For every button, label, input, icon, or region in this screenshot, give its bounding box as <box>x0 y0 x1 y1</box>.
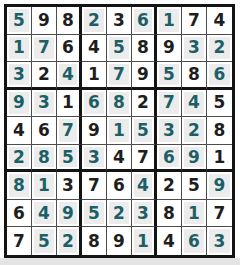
cell-r2c5[interactable]: 5 <box>107 35 132 63</box>
cell-r4c4[interactable]: 6 <box>82 90 107 118</box>
digit-r6c8: 9 <box>184 147 204 168</box>
cell-r9c4[interactable]: 8 <box>82 227 107 255</box>
digit-r2c7: 9 <box>159 37 179 60</box>
digit-r6c7: 6 <box>159 147 179 168</box>
digit-r2c8: 3 <box>184 37 204 60</box>
digit-r2c3: 6 <box>59 37 77 60</box>
cell-r5c2[interactable]: 6 <box>32 117 57 145</box>
digit-r5c8: 2 <box>184 119 204 142</box>
cell-r7c3[interactable]: 3 <box>57 172 82 200</box>
digit-r4c9: 5 <box>209 92 230 115</box>
cell-r3c4[interactable]: 1 <box>82 62 107 90</box>
cell-r7c7[interactable]: 2 <box>157 172 182 200</box>
cell-r4c9[interactable]: 5 <box>207 90 232 118</box>
cell-r9c3[interactable]: 2 <box>57 227 82 255</box>
digit-r7c1: 8 <box>9 174 29 197</box>
digit-r2c1: 1 <box>9 37 29 60</box>
cell-r8c2[interactable]: 4 <box>32 200 57 228</box>
cell-r1c6[interactable]: 6 <box>132 7 157 35</box>
digit-r1c4: 2 <box>84 9 104 32</box>
digit-r6c9: 1 <box>209 147 230 168</box>
cell-r4c5[interactable]: 8 <box>107 90 132 118</box>
digit-r7c8: 5 <box>184 174 204 197</box>
digit-r6c4: 3 <box>84 147 104 168</box>
digit-r5c9: 8 <box>209 119 230 142</box>
cell-r2c8[interactable]: 3 <box>182 35 207 63</box>
cell-r7c1[interactable]: 8 <box>7 172 32 200</box>
cell-r3c2[interactable]: 2 <box>32 62 57 90</box>
cell-r4c7[interactable]: 7 <box>157 90 182 118</box>
cell-r3c9[interactable]: 6 <box>207 62 232 90</box>
cell-r5c5[interactable]: 1 <box>107 117 132 145</box>
cell-r6c8[interactable]: 9 <box>182 145 207 173</box>
cell-r1c5[interactable]: 3 <box>107 7 132 35</box>
cell-r8c5[interactable]: 2 <box>107 200 132 228</box>
digit-r3c3: 4 <box>59 64 77 85</box>
cell-r4c6[interactable]: 2 <box>132 90 157 118</box>
digit-r1c1: 5 <box>9 9 29 32</box>
digit-r9c8: 6 <box>184 229 204 253</box>
cell-r9c5[interactable]: 9 <box>107 227 132 255</box>
digit-r5c4: 9 <box>84 119 104 142</box>
digit-r9c4: 8 <box>84 229 104 253</box>
cell-r2c3[interactable]: 6 <box>57 35 82 63</box>
cell-r9c1[interactable]: 7 <box>7 227 32 255</box>
digit-r1c9: 4 <box>209 9 230 32</box>
digit-r3c2: 2 <box>34 64 54 85</box>
digit-r4c8: 4 <box>184 92 204 115</box>
digit-r7c5: 6 <box>109 174 129 197</box>
cell-r7c5[interactable]: 6 <box>107 172 132 200</box>
digit-r2c6: 8 <box>134 37 152 60</box>
digit-r7c7: 2 <box>159 174 179 197</box>
cell-r8c1[interactable]: 6 <box>7 200 32 228</box>
cell-r6c7[interactable]: 6 <box>157 145 182 173</box>
cell-r9c6[interactable]: 1 <box>132 227 157 255</box>
cell-r2c9[interactable]: 2 <box>207 35 232 63</box>
digit-r2c5: 5 <box>109 37 129 60</box>
digit-r3c6: 9 <box>134 64 152 85</box>
digit-r9c3: 2 <box>59 229 77 253</box>
digit-r4c5: 8 <box>109 92 129 115</box>
sudoku-board: 5982361741764589323241795869316827454679… <box>4 4 235 258</box>
digit-r3c9: 6 <box>209 64 230 85</box>
digit-r9c5: 9 <box>109 229 129 253</box>
cell-r5c3[interactable]: 7 <box>57 117 82 145</box>
cell-r1c9[interactable]: 4 <box>207 7 232 35</box>
cell-r6c3[interactable]: 5 <box>57 145 82 173</box>
digit-r4c2: 3 <box>34 92 54 115</box>
cell-r2c7[interactable]: 9 <box>157 35 182 63</box>
cell-r5c7[interactable]: 3 <box>157 117 182 145</box>
digit-r9c1: 7 <box>9 229 29 253</box>
cell-r3c3[interactable]: 4 <box>57 62 82 90</box>
digit-r2c2: 7 <box>34 37 54 60</box>
digit-r5c6: 5 <box>134 119 152 142</box>
digit-r7c4: 7 <box>84 174 104 197</box>
cell-r1c8[interactable]: 7 <box>182 7 207 35</box>
digit-r5c5: 1 <box>109 119 129 142</box>
digit-r4c6: 2 <box>134 92 152 115</box>
digit-r6c1: 2 <box>9 147 29 168</box>
digit-r1c7: 1 <box>159 9 179 32</box>
digit-r2c9: 2 <box>209 37 230 60</box>
digit-r5c7: 3 <box>159 119 179 142</box>
digit-r5c1: 4 <box>9 119 29 142</box>
cell-r6c9[interactable]: 1 <box>207 145 232 173</box>
digit-r8c1: 6 <box>9 202 29 225</box>
digit-r3c8: 8 <box>184 64 204 85</box>
cell-r3c1[interactable]: 3 <box>7 62 32 90</box>
cell-r5c9[interactable]: 8 <box>207 117 232 145</box>
digit-r2c4: 4 <box>84 37 104 60</box>
cell-r5c6[interactable]: 5 <box>132 117 157 145</box>
digit-r4c7: 7 <box>159 92 179 115</box>
digit-r1c2: 9 <box>34 9 54 32</box>
digit-r4c4: 6 <box>84 92 104 115</box>
digit-r8c2: 4 <box>34 202 54 225</box>
cell-r1c1[interactable]: 5 <box>7 7 32 35</box>
digit-r5c2: 6 <box>34 119 54 142</box>
cell-r4c2[interactable]: 3 <box>32 90 57 118</box>
digit-r3c1: 3 <box>9 64 29 85</box>
cell-r6c2[interactable]: 8 <box>32 145 57 173</box>
digit-r4c3: 1 <box>59 92 77 115</box>
cell-r7c6[interactable]: 4 <box>132 172 157 200</box>
digit-r9c7: 4 <box>159 229 179 253</box>
digit-r6c5: 4 <box>109 147 129 168</box>
cell-r1c7[interactable]: 1 <box>157 7 182 35</box>
cell-r4c1[interactable]: 9 <box>7 90 32 118</box>
digit-r3c7: 5 <box>159 64 179 85</box>
cell-r1c3[interactable]: 8 <box>57 7 82 35</box>
digit-r7c9: 9 <box>209 174 230 197</box>
digit-r5c3: 7 <box>59 119 77 142</box>
cell-r9c7[interactable]: 4 <box>157 227 182 255</box>
cell-r9c9[interactable]: 3 <box>207 227 232 255</box>
cell-r7c9[interactable]: 9 <box>207 172 232 200</box>
digit-r8c7: 8 <box>159 202 179 225</box>
digit-r7c2: 1 <box>34 174 54 197</box>
digit-r6c6: 7 <box>134 147 152 168</box>
cell-r5c8[interactable]: 2 <box>182 117 207 145</box>
digit-r8c3: 9 <box>59 202 77 225</box>
digit-r1c5: 3 <box>109 9 129 32</box>
cell-r2c1[interactable]: 1 <box>7 35 32 63</box>
cell-r5c4[interactable]: 9 <box>82 117 107 145</box>
cell-r8c8[interactable]: 1 <box>182 200 207 228</box>
digit-r8c6: 3 <box>134 202 152 225</box>
cell-r6c5[interactable]: 4 <box>107 145 132 173</box>
cell-r6c1[interactable]: 2 <box>7 145 32 173</box>
cell-r3c8[interactable]: 8 <box>182 62 207 90</box>
cell-r8c6[interactable]: 3 <box>132 200 157 228</box>
digit-r3c5: 7 <box>109 64 129 85</box>
cell-r4c3[interactable]: 1 <box>57 90 82 118</box>
digit-r1c8: 7 <box>184 9 204 32</box>
digit-r8c4: 5 <box>84 202 104 225</box>
digit-r1c6: 6 <box>134 9 152 32</box>
cell-r2c4[interactable]: 4 <box>82 35 107 63</box>
digit-r8c9: 7 <box>209 202 230 225</box>
digit-r3c4: 1 <box>84 64 104 85</box>
digit-r9c6: 1 <box>134 229 152 253</box>
cell-r2c2[interactable]: 7 <box>32 35 57 63</box>
cell-r8c3[interactable]: 9 <box>57 200 82 228</box>
digit-r8c8: 1 <box>184 202 204 225</box>
digit-r8c5: 2 <box>109 202 129 225</box>
cell-r2c6[interactable]: 8 <box>132 35 157 63</box>
cell-r3c7[interactable]: 5 <box>157 62 182 90</box>
cell-r7c2[interactable]: 1 <box>32 172 57 200</box>
cell-r8c7[interactable]: 8 <box>157 200 182 228</box>
cell-r6c4[interactable]: 3 <box>82 145 107 173</box>
digit-r9c2: 5 <box>34 229 54 253</box>
cell-r4c8[interactable]: 4 <box>182 90 207 118</box>
cell-r8c9[interactable]: 7 <box>207 200 232 228</box>
cell-r7c8[interactable]: 5 <box>182 172 207 200</box>
digit-r1c3: 8 <box>59 9 77 32</box>
digit-r7c6: 4 <box>134 174 152 197</box>
cell-r8c4[interactable]: 5 <box>82 200 107 228</box>
cell-r3c6[interactable]: 9 <box>132 62 157 90</box>
cell-r6c6[interactable]: 7 <box>132 145 157 173</box>
digit-r6c3: 5 <box>59 147 77 168</box>
bottom-margin-strip <box>0 258 240 265</box>
cell-r9c2[interactable]: 5 <box>32 227 57 255</box>
digit-r4c1: 9 <box>9 92 29 115</box>
cell-r9c8[interactable]: 6 <box>182 227 207 255</box>
digit-r6c2: 8 <box>34 147 54 168</box>
cell-r1c4[interactable]: 2 <box>82 7 107 35</box>
cell-r5c1[interactable]: 4 <box>7 117 32 145</box>
digit-r9c9: 3 <box>209 229 230 253</box>
cell-r3c5[interactable]: 7 <box>107 62 132 90</box>
digit-r7c3: 3 <box>59 174 77 197</box>
cell-r1c2[interactable]: 9 <box>32 7 57 35</box>
cell-r7c4[interactable]: 7 <box>82 172 107 200</box>
